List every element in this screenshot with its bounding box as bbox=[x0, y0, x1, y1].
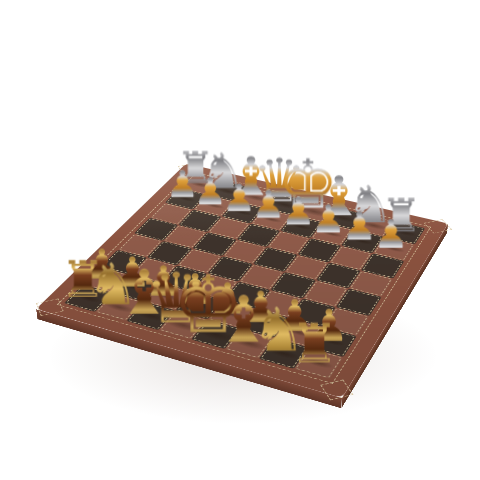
chess-set-photo: ♜♞♝♛♚♝♞♜♟♟♟♟♟♟♟♟♟♟♟♟♟♟♟♟♜♞♝♛♚♝♞♜ bbox=[0, 0, 480, 480]
piece-glyph: ♜ bbox=[269, 316, 359, 370]
